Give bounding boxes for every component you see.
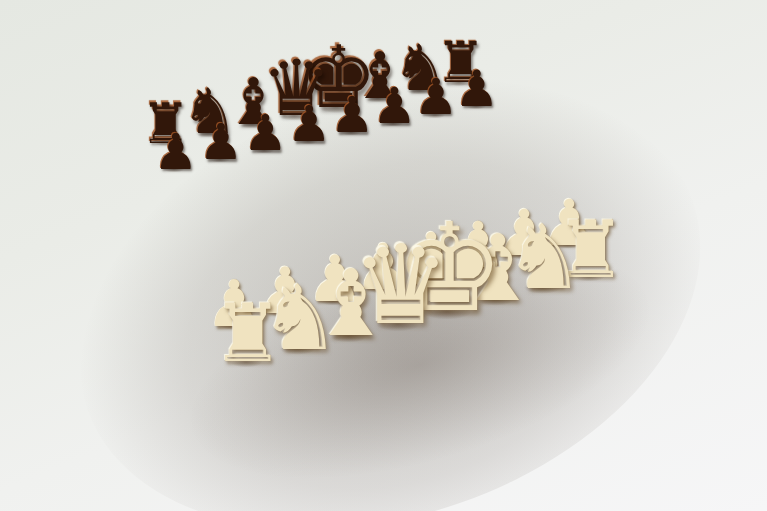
piece-shadow-a7 bbox=[164, 166, 185, 173]
square-b8 bbox=[183, 118, 238, 153]
product-photo-chess-set: Overhead angled product photo of a woode… bbox=[0, 0, 767, 511]
piece-shadow-a8 bbox=[152, 139, 176, 147]
piece-black-knight-b8: ♞ bbox=[182, 80, 239, 143]
piece-shadow-c8 bbox=[238, 120, 265, 129]
piece-black-pawn-a7: ♟ bbox=[153, 128, 198, 178]
piece-shadow-b8 bbox=[195, 129, 222, 137]
square-a8 bbox=[139, 127, 194, 162]
piece-black-rook-a8: ♜ bbox=[140, 95, 190, 151]
